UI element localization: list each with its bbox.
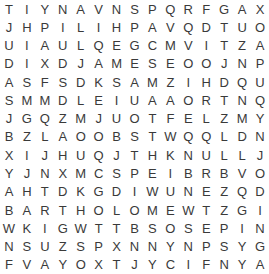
grid-cell-r7c5[interactable]: M (72, 110, 90, 128)
grid-cell-r14c13[interactable]: S (215, 237, 233, 255)
grid-cell-r5c8[interactable]: A (126, 73, 144, 91)
grid-cell-r8c9[interactable]: T (143, 128, 161, 146)
grid-cell-r1c14[interactable]: A (233, 0, 251, 18)
grid-cell-r14c9[interactable]: N (143, 237, 161, 255)
grid-cell-r3c3[interactable]: A (36, 37, 54, 55)
grid-cell-r11c4[interactable]: D (54, 183, 72, 201)
grid-cell-r5c11[interactable]: I (179, 73, 197, 91)
grid-cell-r7c4[interactable]: Z (54, 110, 72, 128)
grid-cell-r9c12[interactable]: U (197, 146, 215, 164)
grid-cell-r12c2[interactable]: A (18, 201, 36, 219)
grid-cell-r4c12[interactable]: O (197, 55, 215, 73)
grid-cell-r1c1[interactable]: T (0, 0, 18, 18)
grid-cell-r4c6[interactable]: A (90, 55, 108, 73)
grid-cell-r14c7[interactable]: X (108, 237, 126, 255)
grid-cell-r6c8[interactable]: U (126, 91, 144, 109)
grid-cell-r6c9[interactable]: A (143, 91, 161, 109)
grid-cell-r14c8[interactable]: N (126, 237, 144, 255)
grid-cell-r4c14[interactable]: N (233, 55, 251, 73)
grid-cell-r1c13[interactable]: G (215, 0, 233, 18)
grid-cell-r11c8[interactable]: I (126, 183, 144, 201)
grid-cell-r12c13[interactable]: Z (215, 201, 233, 219)
grid-cell-r9c8[interactable]: T (126, 146, 144, 164)
grid-cell-r11c9[interactable]: W (143, 183, 161, 201)
grid-cell-r8c5[interactable]: O (72, 128, 90, 146)
grid-cell-r15c8[interactable]: J (126, 256, 144, 274)
grid-cell-r10c7[interactable]: S (108, 164, 126, 182)
grid-cell-r2c13[interactable]: T (215, 18, 233, 36)
grid-cell-r15c15[interactable]: A (251, 256, 269, 274)
grid-cell-r1c9[interactable]: P (143, 0, 161, 18)
grid-cell-r1c7[interactable]: N (108, 0, 126, 18)
grid-cell-r8c1[interactable]: B (0, 128, 18, 146)
grid-cell-r1c3[interactable]: Y (36, 0, 54, 18)
grid-cell-r7c3[interactable]: Q (36, 110, 54, 128)
grid-cell-r6c4[interactable]: D (54, 91, 72, 109)
grid-cell-r6c6[interactable]: E (90, 91, 108, 109)
grid-cell-r3c1[interactable]: U (0, 37, 18, 55)
grid-cell-r3c6[interactable]: Q (90, 37, 108, 55)
grid-cell-r8c15[interactable]: N (251, 128, 269, 146)
grid-cell-r4c11[interactable]: O (179, 55, 197, 73)
grid-cell-r4c2[interactable]: I (18, 55, 36, 73)
grid-cell-r4c5[interactable]: J (72, 55, 90, 73)
grid-cell-r10c2[interactable]: J (18, 164, 36, 182)
grid-cell-r15c9[interactable]: Y (143, 256, 161, 274)
grid-cell-r14c2[interactable]: S (18, 237, 36, 255)
grid-cell-r5c13[interactable]: D (215, 73, 233, 91)
grid-cell-r6c11[interactable]: O (179, 91, 197, 109)
grid-cell-r9c1[interactable]: X (0, 146, 18, 164)
grid-cell-r12c5[interactable]: H (72, 201, 90, 219)
grid-cell-r15c12[interactable]: F (197, 256, 215, 274)
grid-cell-r11c13[interactable]: Z (215, 183, 233, 201)
grid-cell-r13c2[interactable]: K (18, 219, 36, 237)
grid-cell-r15c14[interactable]: Y (233, 256, 251, 274)
grid-cell-r9c13[interactable]: L (215, 146, 233, 164)
grid-cell-r11c14[interactable]: Q (233, 183, 251, 201)
grid-cell-r15c7[interactable]: T (108, 256, 126, 274)
grid-cell-r11c11[interactable]: N (179, 183, 197, 201)
grid-cell-r8c4[interactable]: A (54, 128, 72, 146)
grid-cell-r9c4[interactable]: H (54, 146, 72, 164)
grid-cell-r10c9[interactable]: E (143, 164, 161, 182)
grid-cell-r10c4[interactable]: X (54, 164, 72, 182)
grid-cell-r12c1[interactable]: B (0, 201, 18, 219)
grid-cell-r4c3[interactable]: X (36, 55, 54, 73)
grid-cell-r3c9[interactable]: C (143, 37, 161, 55)
grid-cell-r10c5[interactable]: M (72, 164, 90, 182)
grid-cell-r14c14[interactable]: Y (233, 237, 251, 255)
grid-cell-r14c10[interactable]: Y (161, 237, 179, 255)
grid-cell-r7c2[interactable]: G (18, 110, 36, 128)
grid-cell-r8c12[interactable]: Q (197, 128, 215, 146)
grid-cell-r2c1[interactable]: J (0, 18, 18, 36)
grid-cell-r1c2[interactable]: I (18, 0, 36, 18)
grid-cell-r5c14[interactable]: Q (233, 73, 251, 91)
grid-cell-r5c1[interactable]: A (0, 73, 18, 91)
grid-cell-r7c7[interactable]: U (108, 110, 126, 128)
grid-cell-r2c5[interactable]: L (72, 18, 90, 36)
grid-cell-r4c10[interactable]: E (161, 55, 179, 73)
grid-cell-r1c12[interactable]: F (197, 0, 215, 18)
grid-cell-r12c7[interactable]: L (108, 201, 126, 219)
grid-cell-r9c11[interactable]: N (179, 146, 197, 164)
grid-cell-r5c15[interactable]: U (251, 73, 269, 91)
grid-cell-r3c4[interactable]: U (54, 37, 72, 55)
grid-cell-r10c11[interactable]: B (179, 164, 197, 182)
grid-cell-r3c12[interactable]: I (197, 37, 215, 55)
grid-cell-r9c10[interactable]: K (161, 146, 179, 164)
grid-cell-r7c13[interactable]: Z (215, 110, 233, 128)
grid-cell-r10c13[interactable]: B (215, 164, 233, 182)
grid-cell-r2c2[interactable]: H (18, 18, 36, 36)
grid-cell-r1c15[interactable]: X (251, 0, 269, 18)
grid-cell-r11c3[interactable]: T (36, 183, 54, 201)
grid-cell-r12c3[interactable]: R (36, 201, 54, 219)
grid-cell-r2c11[interactable]: Q (179, 18, 197, 36)
grid-cell-r9c15[interactable]: J (251, 146, 269, 164)
grid-cell-r5c4[interactable]: S (54, 73, 72, 91)
grid-cell-r5c2[interactable]: S (18, 73, 36, 91)
grid-cell-r14c15[interactable]: G (251, 237, 269, 255)
grid-cell-r2c10[interactable]: V (161, 18, 179, 36)
grid-cell-r3c5[interactable]: L (72, 37, 90, 55)
grid-cell-r12c8[interactable]: O (126, 201, 144, 219)
grid-cell-r6c2[interactable]: M (18, 91, 36, 109)
grid-cell-r6c3[interactable]: M (36, 91, 54, 109)
grid-cell-r5c7[interactable]: S (108, 73, 126, 91)
grid-cell-r1c4[interactable]: N (54, 0, 72, 18)
grid-cell-r11c10[interactable]: U (161, 183, 179, 201)
grid-cell-r14c6[interactable]: P (90, 237, 108, 255)
grid-cell-r11c2[interactable]: H (18, 183, 36, 201)
grid-cell-r10c3[interactable]: N (36, 164, 54, 182)
grid-cell-r12c15[interactable]: I (251, 201, 269, 219)
grid-cell-r9c2[interactable]: I (18, 146, 36, 164)
grid-cell-r6c5[interactable]: L (72, 91, 90, 109)
grid-cell-r2c9[interactable]: A (143, 18, 161, 36)
grid-cell-r4c9[interactable]: S (143, 55, 161, 73)
grid-cell-r14c4[interactable]: Z (54, 237, 72, 255)
grid-cell-r8c7[interactable]: B (108, 128, 126, 146)
grid-cell-r6c1[interactable]: S (0, 91, 18, 109)
grid-cell-r14c11[interactable]: N (179, 237, 197, 255)
grid-cell-r13c4[interactable]: G (54, 219, 72, 237)
grid-cell-r6c15[interactable]: Q (251, 91, 269, 109)
grid-cell-r10c6[interactable]: C (90, 164, 108, 182)
grid-cell-r13c15[interactable]: N (251, 219, 269, 237)
grid-cell-r4c13[interactable]: J (215, 55, 233, 73)
grid-cell-r8c6[interactable]: O (90, 128, 108, 146)
grid-cell-r4c15[interactable]: P (251, 55, 269, 73)
grid-cell-r4c1[interactable]: D (0, 55, 18, 73)
grid-cell-r10c8[interactable]: P (126, 164, 144, 182)
grid-cell-r12c12[interactable]: T (197, 201, 215, 219)
grid-cell-r15c5[interactable]: O (72, 256, 90, 274)
grid-cell-r1c8[interactable]: S (126, 0, 144, 18)
grid-cell-r6c10[interactable]: A (161, 91, 179, 109)
grid-cell-r4c8[interactable]: E (126, 55, 144, 73)
grid-cell-r8c10[interactable]: W (161, 128, 179, 146)
grid-cell-r10c12[interactable]: R (197, 164, 215, 182)
grid-cell-r8c13[interactable]: L (215, 128, 233, 146)
grid-cell-r9c6[interactable]: Q (90, 146, 108, 164)
grid-cell-r1c6[interactable]: V (90, 0, 108, 18)
grid-cell-r1c11[interactable]: R (179, 0, 197, 18)
grid-cell-r5c3[interactable]: F (36, 73, 54, 91)
grid-cell-r3c10[interactable]: M (161, 37, 179, 55)
grid-cell-r15c2[interactable]: V (18, 256, 36, 274)
grid-cell-r6c13[interactable]: T (215, 91, 233, 109)
grid-cell-r7c1[interactable]: J (0, 110, 18, 128)
grid-cell-r11c12[interactable]: E (197, 183, 215, 201)
grid-cell-r6c12[interactable]: R (197, 91, 215, 109)
grid-cell-r4c4[interactable]: D (54, 55, 72, 73)
grid-cell-r9c9[interactable]: H (143, 146, 161, 164)
grid-cell-r2c8[interactable]: P (126, 18, 144, 36)
grid-cell-r3c11[interactable]: V (179, 37, 197, 55)
grid-cell-r2c15[interactable]: O (251, 18, 269, 36)
grid-cell-r10c10[interactable]: I (161, 164, 179, 182)
grid-cell-r8c8[interactable]: S (126, 128, 144, 146)
grid-cell-r3c8[interactable]: G (126, 37, 144, 55)
grid-cell-r8c14[interactable]: D (233, 128, 251, 146)
grid-cell-r2c12[interactable]: D (197, 18, 215, 36)
grid-cell-r7c10[interactable]: F (161, 110, 179, 128)
word-search-grid: TIYNAVNSPQRFGAXJHPILIHPAVQDTUOUIAULQEGCM… (0, 0, 269, 274)
grid-cell-r14c1[interactable]: N (0, 237, 18, 255)
grid-cell-r6c14[interactable]: N (233, 91, 251, 109)
grid-cell-r12c9[interactable]: M (143, 201, 161, 219)
grid-cell-r12c11[interactable]: W (179, 201, 197, 219)
grid-cell-r7c8[interactable]: O (126, 110, 144, 128)
grid-cell-r11c1[interactable]: A (0, 183, 18, 201)
grid-cell-r2c6[interactable]: I (90, 18, 108, 36)
grid-cell-r11c5[interactable]: K (72, 183, 90, 201)
grid-cell-r7c14[interactable]: M (233, 110, 251, 128)
grid-cell-r12c4[interactable]: T (54, 201, 72, 219)
grid-cell-r15c13[interactable]: N (215, 256, 233, 274)
grid-cell-r1c5[interactable]: A (72, 0, 90, 18)
grid-cell-r12c6[interactable]: O (90, 201, 108, 219)
grid-cell-r3c13[interactable]: T (215, 37, 233, 55)
grid-cell-r9c7[interactable]: J (108, 146, 126, 164)
grid-cell-r13c14[interactable]: I (233, 219, 251, 237)
grid-cell-r6c7[interactable]: I (108, 91, 126, 109)
grid-cell-r13c5[interactable]: W (72, 219, 90, 237)
grid-cell-r15c6[interactable]: X (90, 256, 108, 274)
grid-cell-r5c6[interactable]: K (90, 73, 108, 91)
grid-cell-r2c4[interactable]: I (54, 18, 72, 36)
grid-cell-r5c9[interactable]: M (143, 73, 161, 91)
grid-cell-r13c13[interactable]: P (215, 219, 233, 237)
grid-cell-r13c9[interactable]: S (143, 219, 161, 237)
grid-cell-r10c1[interactable]: Y (0, 164, 18, 182)
grid-cell-r13c6[interactable]: T (90, 219, 108, 237)
grid-cell-r7c15[interactable]: Y (251, 110, 269, 128)
grid-cell-r3c14[interactable]: Z (233, 37, 251, 55)
grid-cell-r13c10[interactable]: O (161, 219, 179, 237)
grid-cell-r11c15[interactable]: D (251, 183, 269, 201)
grid-cell-r13c3[interactable]: I (36, 219, 54, 237)
grid-cell-r9c5[interactable]: U (72, 146, 90, 164)
grid-cell-r15c1[interactable]: F (0, 256, 18, 274)
grid-cell-r9c3[interactable]: J (36, 146, 54, 164)
grid-cell-r8c11[interactable]: Q (179, 128, 197, 146)
grid-cell-r7c12[interactable]: L (197, 110, 215, 128)
grid-cell-r3c15[interactable]: A (251, 37, 269, 55)
grid-cell-r15c10[interactable]: C (161, 256, 179, 274)
grid-cell-r3c2[interactable]: I (18, 37, 36, 55)
grid-cell-r7c11[interactable]: E (179, 110, 197, 128)
grid-cell-r12c10[interactable]: E (161, 201, 179, 219)
grid-cell-r14c5[interactable]: S (72, 237, 90, 255)
grid-cell-r11c7[interactable]: D (108, 183, 126, 201)
grid-cell-r15c4[interactable]: Y (54, 256, 72, 274)
grid-cell-r1c10[interactable]: Q (161, 0, 179, 18)
grid-cell-r8c2[interactable]: Z (18, 128, 36, 146)
grid-cell-r9c14[interactable]: L (233, 146, 251, 164)
grid-cell-r13c8[interactable]: B (126, 219, 144, 237)
grid-cell-r15c3[interactable]: A (36, 256, 54, 274)
grid-cell-r2c3[interactable]: P (36, 18, 54, 36)
grid-cell-r4c7[interactable]: M (108, 55, 126, 73)
grid-cell-r14c3[interactable]: U (36, 237, 54, 255)
grid-cell-r5c12[interactable]: H (197, 73, 215, 91)
grid-cell-r13c1[interactable]: W (0, 219, 18, 237)
grid-cell-r15c11[interactable]: I (179, 256, 197, 274)
grid-cell-r5c10[interactable]: Z (161, 73, 179, 91)
grid-cell-r13c12[interactable]: E (197, 219, 215, 237)
grid-cell-r7c9[interactable]: T (143, 110, 161, 128)
grid-cell-r14c12[interactable]: P (197, 237, 215, 255)
grid-cell-r10c15[interactable]: O (251, 164, 269, 182)
grid-cell-r3c7[interactable]: E (108, 37, 126, 55)
grid-cell-r12c14[interactable]: G (233, 201, 251, 219)
grid-cell-r13c11[interactable]: S (179, 219, 197, 237)
grid-cell-r8c3[interactable]: L (36, 128, 54, 146)
grid-cell-r10c14[interactable]: V (233, 164, 251, 182)
grid-cell-r7c6[interactable]: J (90, 110, 108, 128)
grid-cell-r11c6[interactable]: G (90, 183, 108, 201)
grid-cell-r2c14[interactable]: U (233, 18, 251, 36)
grid-cell-r2c7[interactable]: H (108, 18, 126, 36)
grid-cell-r13c7[interactable]: T (108, 219, 126, 237)
grid-cell-r5c5[interactable]: D (72, 73, 90, 91)
